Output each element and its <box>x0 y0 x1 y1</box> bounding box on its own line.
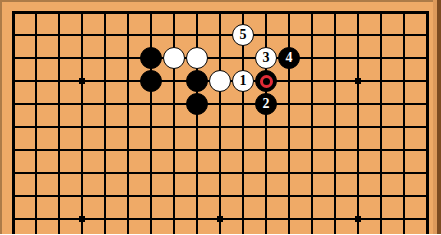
stone-black <box>186 70 208 92</box>
grid-line-horizontal <box>12 34 429 36</box>
stone-white <box>163 47 185 69</box>
grid-line-vertical <box>173 11 175 235</box>
grid-line-horizontal <box>12 103 429 105</box>
go-board: 34512 <box>0 0 441 234</box>
star-point <box>355 216 361 222</box>
star-point <box>79 216 85 222</box>
grid-line-vertical <box>104 11 106 235</box>
grid-line-horizontal <box>12 11 429 14</box>
stone-black-marked <box>255 70 277 92</box>
star-point <box>217 216 223 222</box>
grid-line-vertical <box>127 11 129 235</box>
grid-line-horizontal <box>12 172 429 174</box>
star-point <box>79 78 85 84</box>
grid-line-vertical <box>150 11 152 235</box>
grid-line-vertical <box>403 11 405 235</box>
stone-black <box>186 93 208 115</box>
stone-white-move-3: 3 <box>255 47 277 69</box>
board-edge-top <box>0 0 441 2</box>
stone-black <box>140 47 162 69</box>
stone-black <box>140 70 162 92</box>
grid-line-vertical <box>35 11 37 235</box>
grid-line-horizontal <box>12 149 429 151</box>
grid-line-vertical <box>380 11 382 235</box>
stone-white <box>186 47 208 69</box>
stone-black-move-2: 2 <box>255 93 277 115</box>
grid-line-vertical <box>426 11 429 235</box>
grid-line-vertical <box>334 11 336 235</box>
grid-line-horizontal <box>12 126 429 128</box>
board-edge-left <box>0 0 2 234</box>
grid-line-vertical <box>357 11 359 235</box>
grid-line-vertical <box>288 11 290 235</box>
red-circle-marker <box>260 75 273 88</box>
grid-line-vertical <box>311 11 313 235</box>
grid-line-vertical <box>58 11 60 235</box>
stone-white-move-5: 5 <box>232 24 254 46</box>
grid-line-horizontal <box>12 57 429 59</box>
grid-line-vertical <box>12 11 15 235</box>
board-edge-right <box>437 0 441 234</box>
stone-white-move-1: 1 <box>232 70 254 92</box>
stone-black-move-4: 4 <box>278 47 300 69</box>
go-board-diagram: 34512 <box>0 0 441 234</box>
star-point <box>355 78 361 84</box>
grid-line-vertical <box>81 11 83 235</box>
grid-line-vertical <box>219 11 221 235</box>
grid-line-vertical <box>196 11 198 235</box>
grid-line-vertical <box>265 11 267 235</box>
grid-line-horizontal <box>12 195 429 197</box>
stone-white <box>209 70 231 92</box>
